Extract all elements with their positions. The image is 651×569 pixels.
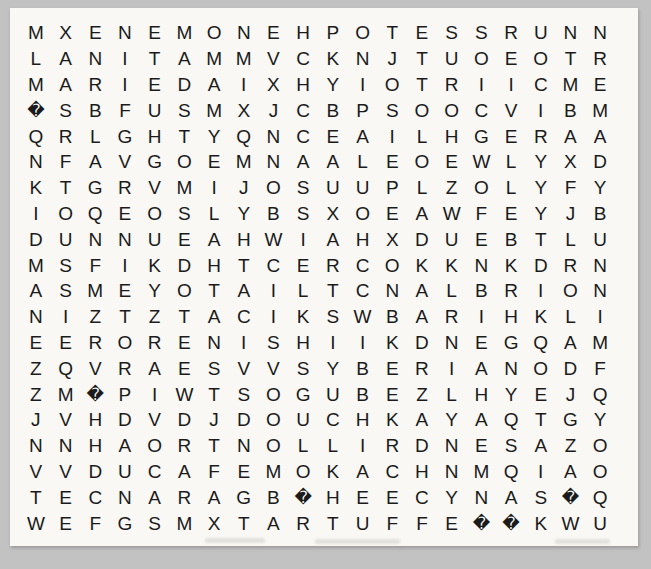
grid-cell[interactable]: R bbox=[585, 46, 615, 72]
grid-cell[interactable]: V bbox=[229, 355, 259, 381]
grid-cell[interactable]: Y bbox=[140, 278, 170, 304]
grid-cell[interactable]: E bbox=[199, 149, 229, 175]
grid-cell[interactable]: L bbox=[437, 278, 467, 304]
grid-cell[interactable]: Q bbox=[51, 355, 81, 381]
grid-cell[interactable]: A bbox=[288, 149, 318, 175]
grid-cell[interactable]: T bbox=[556, 46, 586, 72]
grid-cell[interactable]: S bbox=[199, 355, 229, 381]
grid-cell[interactable]: F bbox=[377, 510, 407, 536]
grid-cell[interactable]: Z bbox=[80, 304, 110, 330]
grid-cell[interactable]: T bbox=[318, 278, 348, 304]
grid-cell[interactable]: D bbox=[556, 355, 586, 381]
grid-cell[interactable]: A bbox=[318, 226, 348, 252]
grid-cell[interactable]: I bbox=[377, 123, 407, 149]
grid-cell[interactable]: K bbox=[407, 252, 437, 278]
grid-cell[interactable]: D bbox=[170, 407, 200, 433]
grid-cell[interactable]: T bbox=[229, 252, 259, 278]
grid-cell[interactable]: S bbox=[526, 484, 556, 510]
grid-cell[interactable]: I bbox=[348, 72, 378, 98]
grid-cell[interactable]: I bbox=[110, 72, 140, 98]
grid-cell[interactable]: U bbox=[437, 46, 467, 72]
grid-cell[interactable]: N bbox=[110, 226, 140, 252]
grid-cell[interactable]: M bbox=[467, 459, 497, 485]
grid-cell[interactable]: K bbox=[437, 252, 467, 278]
grid-cell[interactable]: A bbox=[51, 72, 81, 98]
grid-cell[interactable]: O bbox=[288, 459, 318, 485]
grid-cell[interactable]: R bbox=[437, 304, 467, 330]
grid-cell[interactable]: N bbox=[556, 20, 586, 46]
grid-cell[interactable]: L bbox=[288, 433, 318, 459]
grid-cell[interactable]: O bbox=[467, 175, 497, 201]
grid-cell[interactable]: C bbox=[288, 46, 318, 72]
grid-cell[interactable]: A bbox=[259, 510, 289, 536]
grid-cell[interactable]: U bbox=[585, 226, 615, 252]
grid-cell[interactable]: O bbox=[348, 201, 378, 227]
grid-cell[interactable]: O bbox=[526, 355, 556, 381]
grid-cell[interactable]: H bbox=[229, 226, 259, 252]
grid-cell[interactable]: H bbox=[407, 459, 437, 485]
grid-cell[interactable]: X bbox=[259, 72, 289, 98]
grid-cell[interactable]: B bbox=[348, 355, 378, 381]
grid-cell[interactable]: V bbox=[140, 407, 170, 433]
grid-cell[interactable]: Y bbox=[199, 123, 229, 149]
grid-cell[interactable]: D bbox=[170, 252, 200, 278]
grid-cell[interactable]: S bbox=[229, 381, 259, 407]
grid-cell[interactable]: O bbox=[110, 330, 140, 356]
grid-cell[interactable]: A bbox=[407, 407, 437, 433]
grid-cell[interactable]: O bbox=[467, 46, 497, 72]
grid-cell[interactable]: F bbox=[556, 175, 586, 201]
grid-cell[interactable]: R bbox=[110, 355, 140, 381]
grid-cell[interactable]: E bbox=[377, 381, 407, 407]
grid-cell[interactable]: W bbox=[170, 381, 200, 407]
grid-cell[interactable]: G bbox=[110, 510, 140, 536]
grid-cell[interactable]: E bbox=[467, 433, 497, 459]
grid-cell[interactable]: � bbox=[467, 510, 497, 536]
grid-cell[interactable]: E bbox=[467, 226, 497, 252]
grid-cell[interactable]: A bbox=[407, 278, 437, 304]
grid-cell[interactable]: K bbox=[377, 330, 407, 356]
grid-cell[interactable]: Y bbox=[318, 355, 348, 381]
grid-cell[interactable]: N bbox=[199, 330, 229, 356]
grid-cell[interactable]: N bbox=[467, 252, 497, 278]
grid-cell[interactable]: G bbox=[140, 149, 170, 175]
grid-cell[interactable]: � bbox=[556, 484, 586, 510]
grid-cell[interactable]: S bbox=[259, 330, 289, 356]
grid-cell[interactable]: C bbox=[80, 484, 110, 510]
grid-cell[interactable]: I bbox=[318, 330, 348, 356]
grid-cell[interactable]: Q bbox=[229, 123, 259, 149]
grid-cell[interactable]: Y bbox=[526, 149, 556, 175]
grid-cell[interactable]: T bbox=[21, 484, 51, 510]
grid-cell[interactable]: D bbox=[21, 226, 51, 252]
grid-cell[interactable]: O bbox=[259, 175, 289, 201]
grid-cell[interactable]: Y bbox=[585, 407, 615, 433]
grid-cell[interactable]: R bbox=[526, 123, 556, 149]
grid-cell[interactable]: A bbox=[229, 278, 259, 304]
grid-cell[interactable]: S bbox=[170, 201, 200, 227]
grid-cell[interactable]: C bbox=[259, 252, 289, 278]
grid-cell[interactable]: E bbox=[140, 20, 170, 46]
grid-cell[interactable]: A bbox=[556, 330, 586, 356]
grid-cell[interactable]: T bbox=[110, 304, 140, 330]
grid-cell[interactable]: T bbox=[199, 278, 229, 304]
grid-cell[interactable]: E bbox=[51, 510, 81, 536]
grid-cell[interactable]: A bbox=[199, 484, 229, 510]
grid-cell[interactable]: F bbox=[51, 149, 81, 175]
grid-cell[interactable]: O bbox=[140, 433, 170, 459]
grid-cell[interactable]: M bbox=[21, 72, 51, 98]
grid-cell[interactable]: N bbox=[437, 459, 467, 485]
grid-cell[interactable]: E bbox=[51, 484, 81, 510]
grid-cell[interactable]: Y bbox=[585, 175, 615, 201]
grid-cell[interactable]: C bbox=[288, 123, 318, 149]
grid-cell[interactable]: � bbox=[80, 381, 110, 407]
grid-cell[interactable]: M bbox=[170, 510, 200, 536]
grid-cell[interactable]: E bbox=[170, 330, 200, 356]
grid-cell[interactable]: F bbox=[467, 201, 497, 227]
grid-cell[interactable]: L bbox=[556, 226, 586, 252]
grid-cell[interactable]: N bbox=[437, 330, 467, 356]
grid-cell[interactable]: L bbox=[407, 123, 437, 149]
grid-cell[interactable]: A bbox=[348, 459, 378, 485]
grid-cell[interactable]: Z bbox=[140, 304, 170, 330]
grid-cell[interactable]: R bbox=[288, 510, 318, 536]
grid-cell[interactable]: D bbox=[80, 459, 110, 485]
grid-cell[interactable]: R bbox=[80, 330, 110, 356]
grid-cell[interactable]: M bbox=[229, 149, 259, 175]
grid-cell[interactable]: S bbox=[288, 355, 318, 381]
grid-cell[interactable]: N bbox=[585, 278, 615, 304]
grid-cell[interactable]: U bbox=[526, 20, 556, 46]
grid-cell[interactable]: R bbox=[496, 278, 526, 304]
grid-cell[interactable]: O bbox=[407, 97, 437, 123]
grid-cell[interactable]: C bbox=[407, 484, 437, 510]
grid-cell[interactable]: N bbox=[467, 484, 497, 510]
grid-cell[interactable]: C bbox=[140, 459, 170, 485]
grid-cell[interactable]: D bbox=[407, 226, 437, 252]
grid-cell[interactable]: N bbox=[21, 149, 51, 175]
grid-cell[interactable]: J bbox=[21, 407, 51, 433]
grid-cell[interactable]: E bbox=[526, 381, 556, 407]
grid-cell[interactable]: H bbox=[288, 330, 318, 356]
grid-cell[interactable]: R bbox=[170, 484, 200, 510]
grid-cell[interactable]: Y bbox=[318, 72, 348, 98]
grid-cell[interactable]: W bbox=[556, 510, 586, 536]
grid-cell[interactable]: H bbox=[496, 304, 526, 330]
grid-cell[interactable]: N bbox=[229, 20, 259, 46]
grid-cell[interactable]: I bbox=[110, 46, 140, 72]
grid-cell[interactable]: N bbox=[229, 433, 259, 459]
grid-cell[interactable]: W bbox=[467, 149, 497, 175]
grid-cell[interactable]: V bbox=[80, 355, 110, 381]
grid-cell[interactable]: D bbox=[585, 149, 615, 175]
grid-cell[interactable]: W bbox=[437, 201, 467, 227]
grid-cell[interactable]: A bbox=[170, 459, 200, 485]
grid-cell[interactable]: B bbox=[348, 381, 378, 407]
grid-cell[interactable]: C bbox=[348, 252, 378, 278]
grid-cell[interactable]: S bbox=[377, 97, 407, 123]
grid-cell[interactable]: Q bbox=[585, 484, 615, 510]
grid-cell[interactable]: D bbox=[170, 72, 200, 98]
grid-cell[interactable]: L bbox=[199, 201, 229, 227]
grid-cell[interactable]: U bbox=[110, 459, 140, 485]
grid-cell[interactable]: S bbox=[467, 20, 497, 46]
grid-cell[interactable]: C bbox=[467, 97, 497, 123]
grid-cell[interactable]: F bbox=[80, 252, 110, 278]
grid-cell[interactable]: R bbox=[437, 72, 467, 98]
grid-cell[interactable]: I bbox=[21, 201, 51, 227]
grid-cell[interactable]: E bbox=[467, 330, 497, 356]
grid-cell[interactable]: T bbox=[318, 510, 348, 536]
grid-cell[interactable]: X bbox=[377, 226, 407, 252]
grid-cell[interactable]: F bbox=[585, 355, 615, 381]
grid-cell[interactable]: N bbox=[51, 433, 81, 459]
grid-cell[interactable]: E bbox=[170, 226, 200, 252]
grid-cell[interactable]: F bbox=[199, 459, 229, 485]
grid-cell[interactable]: � bbox=[496, 510, 526, 536]
grid-cell[interactable]: I bbox=[467, 304, 497, 330]
grid-cell[interactable]: J bbox=[556, 201, 586, 227]
grid-cell[interactable]: D bbox=[407, 433, 437, 459]
grid-cell[interactable]: I bbox=[348, 433, 378, 459]
grid-cell[interactable]: Q bbox=[21, 123, 51, 149]
grid-cell[interactable]: T bbox=[199, 381, 229, 407]
grid-cell[interactable]: A bbox=[140, 355, 170, 381]
grid-cell[interactable]: E bbox=[437, 149, 467, 175]
grid-cell[interactable]: K bbox=[288, 304, 318, 330]
grid-cell[interactable]: L bbox=[348, 149, 378, 175]
grid-cell[interactable]: O bbox=[199, 20, 229, 46]
grid-cell[interactable]: N bbox=[348, 46, 378, 72]
grid-cell[interactable]: F bbox=[110, 97, 140, 123]
grid-cell[interactable]: K bbox=[318, 46, 348, 72]
grid-cell[interactable]: A bbox=[199, 304, 229, 330]
grid-cell[interactable]: W bbox=[21, 510, 51, 536]
grid-cell[interactable]: O bbox=[51, 201, 81, 227]
grid-cell[interactable]: E bbox=[377, 149, 407, 175]
grid-cell[interactable]: H bbox=[140, 123, 170, 149]
grid-cell[interactable]: K bbox=[21, 175, 51, 201]
grid-cell[interactable]: E bbox=[407, 20, 437, 46]
grid-cell[interactable]: I bbox=[259, 278, 289, 304]
grid-cell[interactable]: A bbox=[318, 149, 348, 175]
grid-cell[interactable]: V bbox=[110, 149, 140, 175]
grid-cell[interactable]: V bbox=[51, 459, 81, 485]
grid-cell[interactable]: N bbox=[80, 46, 110, 72]
grid-cell[interactable]: A bbox=[556, 123, 586, 149]
grid-cell[interactable]: K bbox=[140, 252, 170, 278]
grid-cell[interactable]: V bbox=[51, 407, 81, 433]
grid-cell[interactable]: O bbox=[585, 433, 615, 459]
grid-cell[interactable]: C bbox=[318, 407, 348, 433]
grid-cell[interactable]: G bbox=[110, 123, 140, 149]
grid-cell[interactable]: R bbox=[170, 433, 200, 459]
grid-cell[interactable]: � bbox=[21, 97, 51, 123]
grid-cell[interactable]: G bbox=[467, 123, 497, 149]
grid-cell[interactable]: M bbox=[199, 97, 229, 123]
grid-cell[interactable]: C bbox=[526, 72, 556, 98]
grid-cell[interactable]: W bbox=[259, 226, 289, 252]
grid-cell[interactable]: H bbox=[199, 252, 229, 278]
grid-cell[interactable]: T bbox=[526, 226, 556, 252]
grid-cell[interactable]: G bbox=[496, 330, 526, 356]
grid-cell[interactable]: U bbox=[140, 97, 170, 123]
grid-cell[interactable]: A bbox=[199, 72, 229, 98]
grid-cell[interactable]: A bbox=[110, 433, 140, 459]
grid-cell[interactable]: T bbox=[51, 175, 81, 201]
grid-cell[interactable]: M bbox=[259, 459, 289, 485]
grid-cell[interactable]: S bbox=[51, 252, 81, 278]
grid-cell[interactable]: N bbox=[21, 433, 51, 459]
grid-cell[interactable]: X bbox=[556, 149, 586, 175]
grid-cell[interactable]: C bbox=[348, 278, 378, 304]
grid-cell[interactable]: I bbox=[467, 72, 497, 98]
grid-cell[interactable]: E bbox=[496, 123, 526, 149]
grid-cell[interactable]: O bbox=[437, 97, 467, 123]
grid-cell[interactable]: N bbox=[585, 20, 615, 46]
grid-cell[interactable]: S bbox=[318, 304, 348, 330]
grid-cell[interactable]: E bbox=[51, 330, 81, 356]
grid-cell[interactable]: F bbox=[407, 510, 437, 536]
grid-cell[interactable]: E bbox=[496, 201, 526, 227]
grid-cell[interactable]: M bbox=[199, 46, 229, 72]
grid-cell[interactable]: I bbox=[496, 72, 526, 98]
grid-cell[interactable]: M bbox=[21, 20, 51, 46]
grid-cell[interactable]: Q bbox=[526, 330, 556, 356]
grid-cell[interactable]: O bbox=[526, 46, 556, 72]
grid-cell[interactable]: B bbox=[259, 484, 289, 510]
grid-cell[interactable]: S bbox=[51, 97, 81, 123]
grid-cell[interactable]: J bbox=[229, 175, 259, 201]
grid-cell[interactable]: A bbox=[585, 123, 615, 149]
grid-cell[interactable]: Y bbox=[526, 175, 556, 201]
grid-cell[interactable]: V bbox=[496, 97, 526, 123]
grid-cell[interactable]: U bbox=[140, 226, 170, 252]
grid-cell[interactable]: A bbox=[170, 46, 200, 72]
grid-cell[interactable]: G bbox=[229, 484, 259, 510]
grid-cell[interactable]: D bbox=[526, 252, 556, 278]
grid-cell[interactable]: C bbox=[377, 459, 407, 485]
grid-cell[interactable]: X bbox=[51, 20, 81, 46]
grid-cell[interactable]: N bbox=[80, 226, 110, 252]
grid-cell[interactable]: G bbox=[288, 381, 318, 407]
grid-cell[interactable]: R bbox=[407, 355, 437, 381]
grid-cell[interactable]: B bbox=[496, 226, 526, 252]
grid-cell[interactable]: M bbox=[556, 72, 586, 98]
grid-cell[interactable]: L bbox=[496, 175, 526, 201]
grid-cell[interactable]: P bbox=[377, 175, 407, 201]
grid-cell[interactable]: O bbox=[259, 433, 289, 459]
grid-cell[interactable]: E bbox=[377, 355, 407, 381]
grid-cell[interactable]: W bbox=[348, 304, 378, 330]
grid-cell[interactable]: R bbox=[318, 252, 348, 278]
grid-cell[interactable]: O bbox=[140, 201, 170, 227]
grid-cell[interactable]: E bbox=[140, 72, 170, 98]
grid-cell[interactable]: M bbox=[170, 20, 200, 46]
grid-cell[interactable]: U bbox=[318, 175, 348, 201]
grid-cell[interactable]: Z bbox=[21, 381, 51, 407]
grid-cell[interactable]: T bbox=[170, 304, 200, 330]
grid-cell[interactable]: K bbox=[526, 304, 556, 330]
grid-cell[interactable]: N bbox=[110, 20, 140, 46]
grid-cell[interactable]: M bbox=[229, 46, 259, 72]
grid-cell[interactable]: L bbox=[21, 46, 51, 72]
grid-cell[interactable]: O bbox=[407, 149, 437, 175]
grid-cell[interactable]: N bbox=[259, 149, 289, 175]
grid-cell[interactable]: B bbox=[467, 278, 497, 304]
grid-cell[interactable]: D bbox=[110, 407, 140, 433]
grid-cell[interactable]: H bbox=[348, 226, 378, 252]
grid-cell[interactable]: E bbox=[170, 355, 200, 381]
grid-cell[interactable]: N bbox=[110, 484, 140, 510]
grid-cell[interactable]: P bbox=[348, 97, 378, 123]
grid-cell[interactable]: I bbox=[526, 278, 556, 304]
grid-cell[interactable]: B bbox=[259, 201, 289, 227]
grid-cell[interactable]: N bbox=[496, 355, 526, 381]
grid-cell[interactable]: P bbox=[318, 20, 348, 46]
grid-cell[interactable]: U bbox=[437, 226, 467, 252]
grid-cell[interactable]: A bbox=[407, 201, 437, 227]
grid-cell[interactable]: I bbox=[526, 459, 556, 485]
grid-cell[interactable]: E bbox=[259, 20, 289, 46]
grid-cell[interactable]: Y bbox=[496, 381, 526, 407]
grid-cell[interactable]: B bbox=[585, 201, 615, 227]
grid-cell[interactable]: U bbox=[348, 175, 378, 201]
grid-cell[interactable]: S bbox=[288, 175, 318, 201]
grid-cell[interactable]: T bbox=[526, 407, 556, 433]
grid-cell[interactable]: B bbox=[377, 304, 407, 330]
grid-cell[interactable]: A bbox=[348, 123, 378, 149]
grid-cell[interactable]: R bbox=[556, 252, 586, 278]
grid-cell[interactable]: I bbox=[585, 304, 615, 330]
grid-cell[interactable]: A bbox=[21, 278, 51, 304]
grid-cell[interactable]: T bbox=[377, 20, 407, 46]
grid-cell[interactable]: M bbox=[21, 252, 51, 278]
grid-cell[interactable]: E bbox=[377, 201, 407, 227]
grid-cell[interactable]: M bbox=[80, 278, 110, 304]
grid-cell[interactable]: R bbox=[496, 20, 526, 46]
grid-cell[interactable]: O bbox=[348, 20, 378, 46]
grid-cell[interactable]: E bbox=[437, 510, 467, 536]
grid-cell[interactable]: T bbox=[170, 123, 200, 149]
grid-cell[interactable]: L bbox=[288, 278, 318, 304]
grid-cell[interactable]: H bbox=[437, 123, 467, 149]
grid-cell[interactable]: S bbox=[140, 510, 170, 536]
grid-cell[interactable]: O bbox=[585, 459, 615, 485]
grid-cell[interactable]: O bbox=[556, 278, 586, 304]
grid-cell[interactable]: G bbox=[80, 175, 110, 201]
grid-cell[interactable]: H bbox=[348, 407, 378, 433]
grid-cell[interactable]: N bbox=[585, 252, 615, 278]
grid-cell[interactable]: V bbox=[21, 459, 51, 485]
grid-cell[interactable]: O bbox=[170, 149, 200, 175]
grid-cell[interactable]: E bbox=[318, 123, 348, 149]
grid-cell[interactable]: U bbox=[51, 226, 81, 252]
grid-cell[interactable]: F bbox=[80, 510, 110, 536]
grid-cell[interactable]: S bbox=[437, 20, 467, 46]
grid-cell[interactable]: Y bbox=[229, 201, 259, 227]
grid-cell[interactable]: G bbox=[556, 407, 586, 433]
grid-cell[interactable]: L bbox=[407, 175, 437, 201]
grid-cell[interactable]: A bbox=[140, 484, 170, 510]
grid-cell[interactable]: I bbox=[51, 304, 81, 330]
grid-cell[interactable]: L bbox=[496, 149, 526, 175]
grid-cell[interactable]: H bbox=[80, 433, 110, 459]
grid-cell[interactable]: Z bbox=[407, 381, 437, 407]
grid-cell[interactable]: B bbox=[556, 97, 586, 123]
grid-cell[interactable]: R bbox=[110, 175, 140, 201]
